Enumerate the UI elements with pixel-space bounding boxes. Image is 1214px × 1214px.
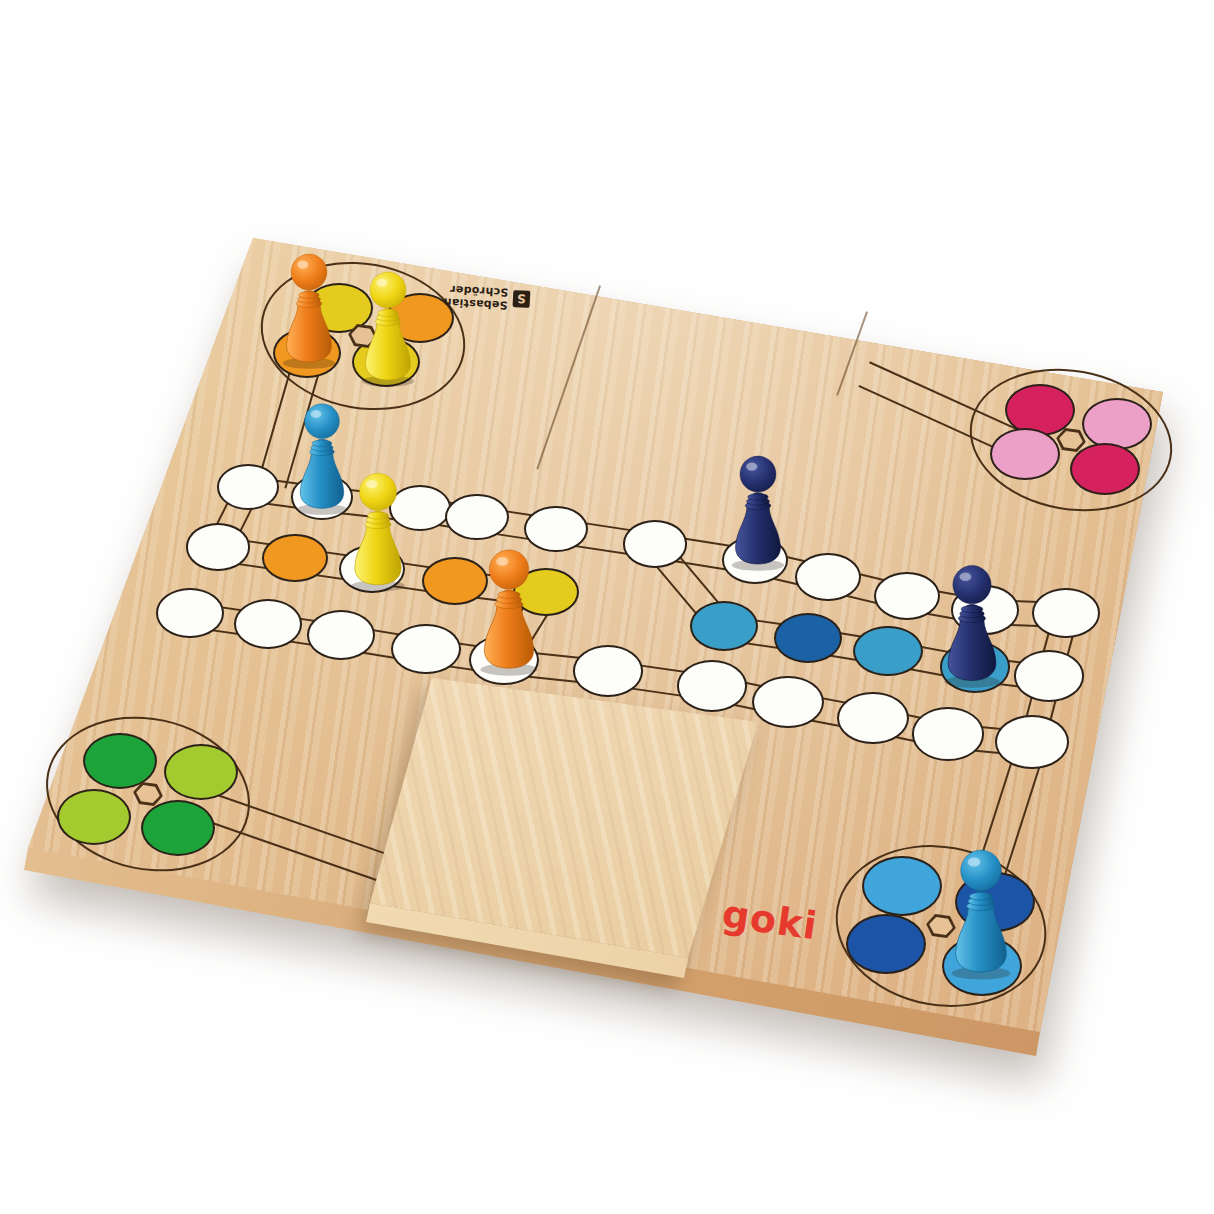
loose-tile-top-face (0, 0, 1214, 1214)
pawn-orange-1[interactable] (278, 246, 340, 370)
pawn-yellow-2[interactable] (346, 465, 410, 593)
pawn-blue-2[interactable] (946, 841, 1016, 981)
pawn-navy-1[interactable] (727, 448, 789, 572)
pawn-navy-2[interactable] (939, 557, 1005, 689)
pawn-blue-1[interactable] (292, 396, 352, 516)
loose-board-tile[interactable] (0, 0, 1214, 1214)
loose-tile-side-edge (0, 0, 1214, 1214)
pawn-yellow-1[interactable] (357, 264, 419, 388)
product-photo-scene: S Sebastian Schröder goki (0, 0, 1214, 1214)
pawn-orange-2[interactable] (475, 541, 543, 677)
